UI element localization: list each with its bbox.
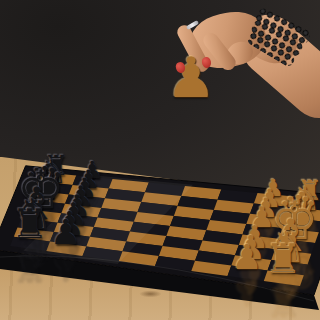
white-rook[interactable]: ♜ <box>263 239 304 280</box>
white-rook: ♜ <box>263 281 304 320</box>
white-pawn[interactable]: ♟ <box>230 240 265 275</box>
scene: ♜♜♟♟♟♟♜♜♞♞♟♟♟♟♞♞♝♝♟♟♟♟♝♝♛♛♟♟♟♟♛♛♚♚♟♟♚♚♝♝… <box>0 0 320 320</box>
black-pawn[interactable]: ♟ <box>49 215 84 250</box>
white-pawn: ♟ <box>230 276 265 311</box>
black-rook[interactable]: ♜ <box>9 204 50 245</box>
black-pawn: ♟ <box>49 251 84 286</box>
black-rook: ♜ <box>9 246 50 287</box>
